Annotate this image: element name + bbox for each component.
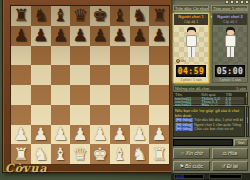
piece-white-pawn[interactable]: ♟	[112, 125, 127, 144]
chess-board[interactable]: ♜♞♝♛♚♝♞♜♟♟♟♟♟♟♟♟♟♟♟♟♟♟♟♟♜♞♝♛♚♝♞♜	[10, 5, 170, 165]
square-f1[interactable]: ♝	[110, 144, 130, 164]
square-f6[interactable]	[110, 46, 130, 66]
square-d1[interactable]: ♛	[70, 144, 90, 164]
player-card-black[interactable]: Người chơi 2 Cấp độ 1 05:00 5 phút / 1 v…	[212, 13, 248, 83]
square-d3[interactable]	[70, 105, 90, 125]
chat-input-row: Gửi	[173, 139, 248, 146]
piece-black-rook[interactable]: ♜	[152, 6, 167, 25]
piece-black-knight[interactable]: ♞	[132, 6, 147, 25]
time-control-label: 5 phút / 1 ván	[213, 78, 247, 82]
player-subtitle: Cấp độ 1	[213, 20, 247, 25]
square-g3[interactable]	[130, 105, 150, 125]
square-h5[interactable]	[149, 65, 169, 85]
square-c4[interactable]	[51, 85, 71, 105]
piece-white-king[interactable]: ♚	[92, 145, 107, 164]
square-c5[interactable]	[51, 65, 71, 85]
window-button-icon[interactable]	[230, 0, 234, 4]
player-avatar-area	[213, 27, 247, 64]
draw-button-label: Hòa	[228, 150, 237, 156]
clock-white: 04:59	[176, 65, 206, 77]
piece-white-pawn[interactable]: ♟	[92, 125, 107, 144]
player-name: Người chơi 1	[174, 15, 208, 20]
resign-button[interactable]: ⚑ Bỏ cuộc	[173, 161, 210, 172]
square-b3[interactable]	[31, 105, 51, 125]
tab-match-type[interactable]: Trận đấu: Cờ nhanh	[173, 5, 209, 11]
piece-white-knight[interactable]: ♞	[33, 145, 48, 164]
square-f8[interactable]: ♝	[110, 6, 130, 26]
square-c2[interactable]: ♟	[51, 125, 71, 145]
square-h6[interactable]	[149, 46, 169, 66]
piece-white-bishop[interactable]: ♝	[112, 145, 127, 164]
avatar-torso	[225, 35, 236, 47]
status-bar: 0:03	[171, 173, 250, 180]
square-h7[interactable]: ♟	[149, 26, 169, 46]
square-e4[interactable]	[90, 85, 110, 105]
piece-black-pawn[interactable]: ♟	[132, 26, 147, 45]
avatar-legs	[227, 47, 234, 57]
games-list-title: Những ván đã chơi	[175, 86, 209, 90]
piece-black-king[interactable]: ♚	[92, 6, 107, 25]
window-button-icon[interactable]	[245, 0, 249, 4]
games-table[interactable]: TênKết quảT/Bngchoi01Thắng 1-01 0ngchoi0…	[173, 92, 245, 105]
square-b8[interactable]: ♞	[31, 6, 51, 26]
badge-label: chủ	[181, 59, 186, 63]
square-b2[interactable]: ♟	[31, 125, 51, 145]
avatar-torso	[186, 35, 197, 47]
player-name: Người chơi 2	[213, 15, 247, 20]
player-avatar-area: chủ	[174, 27, 208, 64]
player-header: Người chơi 1 Cấp độ 1	[174, 14, 208, 25]
status-extra	[209, 174, 242, 179]
square-e3[interactable]	[90, 105, 110, 125]
send-button[interactable]: Gửi	[234, 139, 248, 146]
square-b6[interactable]	[31, 46, 51, 66]
side-panel: Trận đấu: Cờ nhanh Thời gian: 5 phút/ván…	[171, 0, 250, 180]
square-a7[interactable]: ♟	[11, 26, 31, 46]
window-controls	[225, 0, 249, 4]
square-g2[interactable]: ♟	[130, 125, 150, 145]
flag-icon: ⚑	[179, 163, 183, 169]
piece-white-pawn[interactable]: ♟	[152, 125, 167, 144]
player-subtitle: Cấp độ 1	[174, 20, 208, 25]
square-a2[interactable]: ♟	[11, 125, 31, 145]
piece-white-rook[interactable]: ♜	[13, 145, 28, 164]
square-e5[interactable]	[90, 65, 110, 85]
square-d4[interactable]	[70, 85, 90, 105]
piece-black-pawn[interactable]: ♟	[53, 26, 68, 45]
games-table-scrollbar[interactable]	[245, 92, 248, 105]
host-badge: chủ	[176, 59, 186, 63]
undo-icon: ↺	[222, 163, 226, 169]
games-list-header: Những ván đã chơi 5 ván	[173, 85, 248, 91]
resign-button-label: Bỏ cuộc	[185, 163, 203, 169]
square-e6[interactable]	[90, 46, 110, 66]
piece-white-pawn[interactable]: ♟	[132, 125, 147, 144]
square-b7[interactable]: ♟	[31, 26, 51, 46]
square-c3[interactable]	[51, 105, 71, 125]
chat-message-tag: [Hệ thống]	[175, 123, 193, 127]
piece-black-pawn[interactable]: ♟	[92, 26, 107, 45]
player-cards: Người chơi 1 Cấp độ 1 chủ	[173, 13, 248, 83]
piece-black-pawn[interactable]: ♟	[33, 26, 48, 45]
square-c8[interactable]: ♝	[51, 6, 71, 26]
square-f4[interactable]	[110, 85, 130, 105]
clock-black-time: 05:00	[217, 67, 244, 76]
square-a4[interactable]	[11, 85, 31, 105]
chat-message: [Hệ thống] Chúc các bạn chơi vui vẻ	[175, 127, 243, 132]
square-e8[interactable]: ♚	[90, 6, 110, 26]
square-b5[interactable]	[31, 65, 51, 85]
square-e7[interactable]: ♟	[90, 26, 110, 46]
time-control-label: 5 phút / 1 ván	[174, 78, 208, 82]
piece-white-pawn[interactable]: ♟	[73, 125, 88, 144]
square-g6[interactable]	[130, 46, 150, 66]
square-f2[interactable]: ♟	[110, 125, 130, 145]
piece-white-pawn[interactable]: ♟	[53, 125, 68, 144]
square-d2[interactable]: ♟	[70, 125, 90, 145]
square-a5[interactable]	[11, 65, 31, 85]
piece-white-pawn[interactable]: ♟	[33, 125, 48, 144]
chat-input[interactable]	[173, 139, 233, 146]
square-c6[interactable]	[51, 46, 71, 66]
avatar	[224, 27, 237, 59]
piece-black-pawn[interactable]: ♟	[13, 26, 28, 45]
square-d8[interactable]: ♛	[70, 6, 90, 26]
piece-black-knight[interactable]: ♞	[33, 6, 48, 25]
piece-black-pawn[interactable]: ♟	[73, 26, 88, 45]
action-buttons: ☺ Xin chờ ⚖ Hòa ⚑ Bỏ cuộc ↺ Đi lại	[173, 148, 248, 171]
scales-icon: ⚖	[222, 150, 226, 156]
square-f5[interactable]	[110, 65, 130, 85]
square-g8[interactable]: ♞	[130, 6, 150, 26]
square-a6[interactable]	[11, 46, 31, 66]
clock-black: 05:00	[215, 65, 245, 77]
square-g5[interactable]	[130, 65, 150, 85]
square-h8[interactable]: ♜	[149, 6, 169, 26]
piece-black-pawn[interactable]: ♟	[152, 26, 167, 45]
square-c1[interactable]: ♝	[51, 144, 71, 164]
games-count: 5 ván	[236, 86, 246, 90]
piece-white-pawn[interactable]: ♟	[13, 125, 28, 144]
chat-scrollbar[interactable]	[246, 106, 249, 137]
chat-message-tag: [Hệ thống]	[175, 127, 193, 131]
piece-white-bishop[interactable]: ♝	[53, 145, 68, 164]
chat-message-tag: [Hệ thống]	[175, 118, 193, 122]
takeback-button[interactable]: ↺ Đi lại	[212, 161, 249, 172]
square-h1[interactable]: ♜	[149, 144, 169, 164]
medal-icon	[176, 59, 180, 63]
square-h4[interactable]	[149, 85, 169, 105]
chat-notice: Nếu bạn cần 'trợ giúp' gõ vào ô chat bên…	[175, 108, 243, 118]
piece-white-queen[interactable]: ♛	[73, 145, 88, 164]
takeback-button-label: Đi lại	[227, 163, 238, 169]
status-timer: 0:03	[174, 174, 204, 179]
square-h3[interactable]	[149, 105, 169, 125]
clock-white-time: 04:59	[178, 67, 205, 76]
piece-black-bishop[interactable]: ♝	[112, 6, 127, 25]
draw-button[interactable]: ⚖ Hòa	[212, 148, 249, 159]
person-icon: ☺	[180, 150, 185, 156]
window-button-icon[interactable]	[225, 0, 229, 4]
square-a3[interactable]	[11, 105, 31, 125]
square-g4[interactable]	[130, 85, 150, 105]
square-e1[interactable]: ♚	[90, 144, 110, 164]
square-d7[interactable]: ♟	[70, 26, 90, 46]
square-e2[interactable]: ♟	[90, 125, 110, 145]
piece-black-pawn[interactable]: ♟	[112, 26, 127, 45]
piece-black-rook[interactable]: ♜	[13, 6, 28, 25]
square-b4[interactable]	[31, 85, 51, 105]
chat-log[interactable]: Nếu bạn cần 'trợ giúp' gõ vào ô chat bên…	[173, 106, 245, 137]
app-window: ♜♞♝♛♚♝♞♜♟♟♟♟♟♟♟♟♟♟♟♟♟♟♟♟♜♞♝♛♚♝♞♜ Cờvua T…	[0, 0, 250, 180]
app-logo: Cờvua	[5, 162, 48, 175]
piece-black-queen[interactable]: ♛	[73, 6, 88, 25]
square-g1[interactable]: ♞	[130, 144, 150, 164]
player-header: Người chơi 2 Cấp độ 1	[213, 14, 247, 25]
avatar-legs	[188, 47, 195, 57]
info-tabs: Trận đấu: Cờ nhanh Thời gian: 5 phút/ván	[173, 5, 248, 11]
wait-button-label: Xin chờ	[186, 150, 203, 156]
piece-white-knight[interactable]: ♞	[132, 145, 147, 164]
square-a8[interactable]: ♜	[11, 6, 31, 26]
player-card-white[interactable]: Người chơi 1 Cấp độ 1 chủ	[173, 13, 209, 83]
square-d5[interactable]	[70, 65, 90, 85]
square-c7[interactable]: ♟	[51, 26, 71, 46]
piece-white-rook[interactable]: ♜	[152, 145, 167, 164]
square-f7[interactable]: ♟	[110, 26, 130, 46]
avatar	[185, 27, 198, 59]
wait-button[interactable]: ☺ Xin chờ	[173, 148, 210, 159]
window-button-icon[interactable]	[240, 0, 244, 4]
piece-black-bishop[interactable]: ♝	[53, 6, 68, 25]
window-button-icon[interactable]	[235, 0, 239, 4]
chat-message: [Hệ thống] Trận đấu bắt đầu, 5 phút mỗi …	[175, 118, 243, 123]
tab-time-control[interactable]: Thời gian: 5 phút/ván	[211, 5, 248, 11]
square-d6[interactable]	[70, 46, 90, 66]
square-f3[interactable]	[110, 105, 130, 125]
square-g7[interactable]: ♟	[130, 26, 150, 46]
square-h2[interactable]: ♟	[149, 125, 169, 145]
